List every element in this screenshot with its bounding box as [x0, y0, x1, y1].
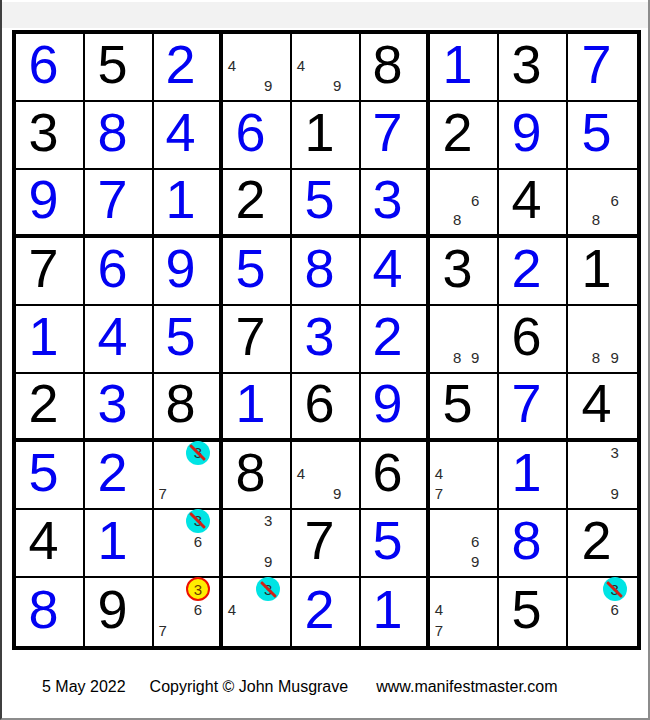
candidate-digit: 4 [297, 58, 305, 73]
given-digit: 9 [79, 575, 146, 643]
candidate-6: 6 [466, 190, 484, 210]
solved-digit: 1 [355, 575, 420, 643]
cell-r1c9[interactable]: 7 [568, 34, 637, 102]
given-digit: 8 [355, 31, 420, 97]
candidate-digit: 8 [592, 350, 600, 365]
solved-digit: 5 [286, 167, 353, 231]
candidate-grid: 39 [568, 443, 624, 504]
cell-r9c9[interactable]: 36 [568, 578, 637, 646]
candidate-7: 7 [430, 620, 448, 641]
candidate-digit: 7 [159, 486, 167, 501]
cell-r3c5[interactable]: 5 [292, 170, 361, 238]
candidate-8: 8 [448, 347, 466, 367]
cell-r3c7[interactable]: 68 [430, 170, 499, 238]
solved-digit: 3 [286, 303, 353, 369]
cell-r1c1[interactable]: 6 [16, 34, 85, 102]
solved-digit: 3 [79, 371, 146, 435]
candidate-digit: 4 [435, 466, 443, 481]
cell-r8c2[interactable]: 1 [85, 510, 154, 578]
candidate-grid: 49 [223, 35, 277, 96]
candidate-3-elim: 3 [605, 579, 624, 600]
cell-r2c8[interactable]: 9 [499, 102, 568, 170]
solved-digit: 4 [79, 303, 146, 369]
candidate-9: 9 [605, 347, 624, 367]
candidate-digit: 9 [333, 78, 341, 93]
cell-r7c3[interactable]: 37 [154, 442, 223, 510]
candidate-digit: 3 [610, 445, 618, 460]
candidate-6: 6 [605, 190, 624, 210]
cell-r4c5[interactable]: 8 [292, 238, 361, 306]
cell-r7c8[interactable]: 1 [499, 442, 568, 510]
candidate-digit: 7 [435, 486, 443, 501]
cell-r6c9[interactable]: 4 [568, 374, 637, 442]
candidate-9: 9 [259, 75, 277, 95]
cell-r6c3[interactable]: 8 [154, 374, 223, 442]
solved-digit: 1 [148, 167, 213, 231]
given-digit: 4 [562, 371, 631, 435]
cell-r6c1[interactable]: 2 [16, 374, 85, 442]
cell-r1c2[interactable]: 5 [85, 34, 154, 102]
solved-digit: 8 [286, 235, 353, 301]
given-digit: 8 [217, 439, 284, 505]
candidate-digit: 3 [194, 582, 202, 597]
candidate-3-place: 3 [189, 579, 207, 600]
cell-r9c3[interactable]: 367 [154, 578, 223, 646]
cell-r5c3[interactable]: 5 [154, 306, 223, 374]
candidate-9: 9 [259, 551, 277, 571]
candidate-grid: 49 [292, 35, 346, 96]
solved-digit: 9 [148, 235, 213, 301]
candidate-digit: 8 [592, 212, 600, 227]
cell-r9c8[interactable]: 5 [499, 578, 568, 646]
solved-digit: 1 [217, 371, 284, 435]
candidate-3: 3 [259, 511, 277, 531]
cell-r6c7[interactable]: 5 [430, 374, 499, 442]
candidate-digit: 3 [264, 513, 272, 528]
cell-r7c1[interactable]: 5 [16, 442, 85, 510]
cell-r3c8[interactable]: 4 [499, 170, 568, 238]
solved-digit: 5 [562, 99, 631, 165]
solved-digit: 2 [286, 575, 353, 643]
candidate-digit: 6 [194, 602, 202, 617]
candidate-4: 4 [430, 463, 448, 483]
solved-digit: 9 [493, 99, 560, 165]
candidate-3-elim: 3 [189, 443, 207, 463]
candidate-grid: 36 [568, 579, 624, 642]
cell-r7c6[interactable]: 6 [361, 442, 430, 510]
cell-r8c9[interactable]: 2 [568, 510, 637, 578]
solved-digit: 1 [79, 507, 146, 573]
candidate-grid: 49 [292, 443, 346, 504]
given-digit: 2 [562, 507, 631, 573]
candidate-digit: 9 [264, 554, 272, 569]
cell-r1c8[interactable]: 3 [499, 34, 568, 102]
candidate-digit: 6 [610, 193, 618, 208]
candidate-grid: 47 [430, 579, 484, 642]
candidate-grid: 367 [154, 579, 207, 642]
cell-r4c1[interactable]: 7 [16, 238, 85, 306]
cell-r2c4[interactable]: 6 [223, 102, 292, 170]
cell-r4c8[interactable]: 2 [499, 238, 568, 306]
solved-digit: 2 [355, 303, 420, 369]
solved-digit: 4 [355, 235, 420, 301]
cell-r6c5[interactable]: 6 [292, 374, 361, 442]
given-digit: 3 [493, 31, 560, 97]
solved-digit: 3 [355, 167, 420, 231]
candidate-8: 8 [587, 210, 606, 230]
candidate-digit: 4 [297, 466, 305, 481]
footer-date: 5 May 2022 [42, 678, 126, 695]
cell-r9c4[interactable]: 34 [223, 578, 292, 646]
candidate-digit: 9 [333, 486, 341, 501]
sudoku-board: 6524949813738461729597125368468769584321… [12, 30, 641, 650]
cell-r6c8[interactable]: 7 [499, 374, 568, 442]
cell-r6c2[interactable]: 3 [85, 374, 154, 442]
candidate-4: 4 [223, 600, 241, 621]
given-digit: 3 [10, 99, 77, 165]
cell-r2c1[interactable]: 3 [16, 102, 85, 170]
footer-website: www.manifestmaster.com [376, 678, 557, 695]
cell-r1c5[interactable]: 49 [292, 34, 361, 102]
candidate-digit: 8 [453, 212, 461, 227]
candidate-grid: 39 [223, 511, 277, 572]
cell-r9c6[interactable]: 1 [361, 578, 430, 646]
cell-r2c6[interactable]: 7 [361, 102, 430, 170]
candidate-digit: 7 [435, 623, 443, 638]
given-digit: 5 [79, 31, 146, 97]
candidate-digit: 9 [471, 554, 479, 569]
given-digit: 2 [217, 167, 284, 231]
given-digit: 6 [286, 371, 353, 435]
candidate-digit: 9 [610, 350, 618, 365]
cell-r4c6[interactable]: 4 [361, 238, 430, 306]
cell-r2c9[interactable]: 5 [568, 102, 637, 170]
candidate-3-elim: 3 [259, 579, 277, 600]
given-digit: 4 [493, 167, 560, 231]
cell-r1c7[interactable]: 1 [430, 34, 499, 102]
cell-r3c6[interactable]: 3 [361, 170, 430, 238]
candidate-9: 9 [466, 347, 484, 367]
cell-r3c3[interactable]: 1 [154, 170, 223, 238]
cell-r9c1[interactable]: 8 [16, 578, 85, 646]
candidate-9: 9 [605, 483, 624, 503]
candidate-digit: 6 [471, 534, 479, 549]
cell-r2c2[interactable]: 8 [85, 102, 154, 170]
candidate-digit: 4 [228, 602, 236, 617]
candidate-6: 6 [466, 531, 484, 551]
solved-digit: 4 [148, 99, 213, 165]
solved-digit: 5 [10, 439, 77, 505]
cell-r6c4[interactable]: 1 [223, 374, 292, 442]
candidate-grid: 69 [430, 511, 484, 572]
candidate-6: 6 [189, 600, 207, 621]
cell-r4c2[interactable]: 6 [85, 238, 154, 306]
candidate-digit: 6 [610, 602, 618, 617]
footer-text: 5 May 2022Copyright © John Musgravewww.m… [42, 678, 558, 696]
cell-r3c9[interactable]: 68 [568, 170, 637, 238]
solved-digit: 2 [79, 439, 146, 505]
cell-r8c8[interactable]: 8 [499, 510, 568, 578]
candidate-4: 4 [430, 600, 448, 621]
cell-r5c2[interactable]: 4 [85, 306, 154, 374]
candidate-4: 4 [292, 55, 310, 75]
solved-digit: 5 [217, 235, 284, 301]
given-digit: 5 [424, 371, 491, 435]
cell-r5c6[interactable]: 2 [361, 306, 430, 374]
cell-r3c2[interactable]: 7 [85, 170, 154, 238]
cell-r8c7[interactable]: 69 [430, 510, 499, 578]
solved-digit: 1 [493, 439, 560, 505]
candidate-3-elim: 3 [189, 511, 207, 531]
cell-r6c6[interactable]: 9 [361, 374, 430, 442]
cell-r2c5[interactable]: 1 [292, 102, 361, 170]
cell-r1c4[interactable]: 49 [223, 34, 292, 102]
candidate-grid: 68 [568, 171, 624, 230]
candidate-9: 9 [328, 75, 346, 95]
candidate-7: 7 [430, 483, 448, 503]
cell-r4c4[interactable]: 5 [223, 238, 292, 306]
given-digit: 7 [10, 235, 77, 301]
solved-digit: 9 [10, 167, 77, 231]
candidate-8: 8 [587, 347, 606, 367]
candidate-9: 9 [328, 483, 346, 503]
solved-digit: 1 [10, 303, 77, 369]
candidate-digit: 6 [471, 193, 479, 208]
solved-digit: 9 [355, 371, 420, 435]
cell-r9c2[interactable]: 9 [85, 578, 154, 646]
candidate-8: 8 [448, 210, 466, 230]
candidate-grid: 89 [430, 307, 484, 368]
candidate-3: 3 [605, 443, 624, 463]
cell-r5c1[interactable]: 1 [16, 306, 85, 374]
candidate-digit: 4 [435, 602, 443, 617]
sudoku-app-page: 6524949813738461729597125368468769584321… [0, 0, 650, 720]
solved-digit: 5 [355, 507, 420, 573]
candidate-grid: 47 [430, 443, 484, 504]
cell-r7c2[interactable]: 2 [85, 442, 154, 510]
cell-r7c4[interactable]: 8 [223, 442, 292, 510]
cell-r2c3[interactable]: 4 [154, 102, 223, 170]
cell-r3c4[interactable]: 2 [223, 170, 292, 238]
solved-digit: 1 [424, 31, 491, 97]
cell-r8c3[interactable]: 36 [154, 510, 223, 578]
solved-digit: 2 [493, 235, 560, 301]
given-digit: 8 [148, 371, 213, 435]
given-digit: 7 [286, 507, 353, 573]
given-digit: 2 [10, 371, 77, 435]
cell-r1c6[interactable]: 8 [361, 34, 430, 102]
cell-r2c7[interactable]: 2 [430, 102, 499, 170]
cell-r8c1[interactable]: 4 [16, 510, 85, 578]
solved-digit: 5 [148, 303, 213, 369]
solved-digit: 7 [79, 167, 146, 231]
cell-r7c5[interactable]: 49 [292, 442, 361, 510]
candidate-digit: 9 [264, 78, 272, 93]
cell-r4c3[interactable]: 9 [154, 238, 223, 306]
cell-r4c7[interactable]: 3 [430, 238, 499, 306]
candidate-6: 6 [189, 531, 207, 551]
candidate-4: 4 [292, 463, 310, 483]
cell-r4c9[interactable]: 1 [568, 238, 637, 306]
cell-r7c7[interactable]: 47 [430, 442, 499, 510]
given-digit: 3 [424, 235, 491, 301]
candidate-7: 7 [154, 620, 172, 641]
candidate-grid: 36 [154, 511, 207, 572]
cell-r5c7[interactable]: 89 [430, 306, 499, 374]
cell-r7c9[interactable]: 39 [568, 442, 637, 510]
solved-digit: 6 [79, 235, 146, 301]
candidate-6: 6 [605, 600, 624, 621]
cell-r9c7[interactable]: 47 [430, 578, 499, 646]
candidate-grid: 89 [568, 307, 624, 368]
solved-digit: 7 [355, 99, 420, 165]
candidate-digit: 9 [471, 350, 479, 365]
candidate-digit: 8 [453, 350, 461, 365]
given-digit: 1 [286, 99, 353, 165]
candidate-9: 9 [466, 551, 484, 571]
given-digit: 1 [562, 235, 631, 301]
solved-digit: 8 [10, 575, 77, 643]
candidate-4: 4 [223, 55, 241, 75]
candidate-digit: 7 [159, 623, 167, 638]
candidate-digit: 9 [610, 486, 618, 501]
solved-digit: 6 [217, 99, 284, 165]
cell-r1c3[interactable]: 2 [154, 34, 223, 102]
cell-r8c4[interactable]: 39 [223, 510, 292, 578]
given-digit: 2 [424, 99, 491, 165]
cell-r8c6[interactable]: 5 [361, 510, 430, 578]
given-digit: 4 [10, 507, 77, 573]
footer-copyright: Copyright © John Musgrave [150, 678, 349, 695]
cell-r3c1[interactable]: 9 [16, 170, 85, 238]
solved-digit: 7 [493, 371, 560, 435]
solved-digit: 8 [493, 507, 560, 573]
cell-r5c9[interactable]: 89 [568, 306, 637, 374]
candidate-grid: 68 [430, 171, 484, 230]
candidate-grid: 34 [223, 579, 277, 642]
cell-r5c4[interactable]: 7 [223, 306, 292, 374]
candidate-7: 7 [154, 483, 172, 503]
cell-r5c8[interactable]: 6 [499, 306, 568, 374]
cell-r8c5[interactable]: 7 [292, 510, 361, 578]
given-digit: 5 [493, 575, 560, 643]
solved-digit: 8 [79, 99, 146, 165]
given-digit: 6 [355, 439, 420, 505]
solved-digit: 2 [148, 31, 213, 97]
candidate-digit: 4 [228, 58, 236, 73]
window-top-band [2, 2, 648, 28]
cell-r9c5[interactable]: 2 [292, 578, 361, 646]
solved-digit: 6 [10, 31, 77, 97]
cell-r5c5[interactable]: 3 [292, 306, 361, 374]
given-digit: 6 [493, 303, 560, 369]
solved-digit: 7 [562, 31, 631, 97]
candidate-grid: 37 [154, 443, 207, 504]
given-digit: 7 [217, 303, 284, 369]
candidate-digit: 6 [194, 534, 202, 549]
